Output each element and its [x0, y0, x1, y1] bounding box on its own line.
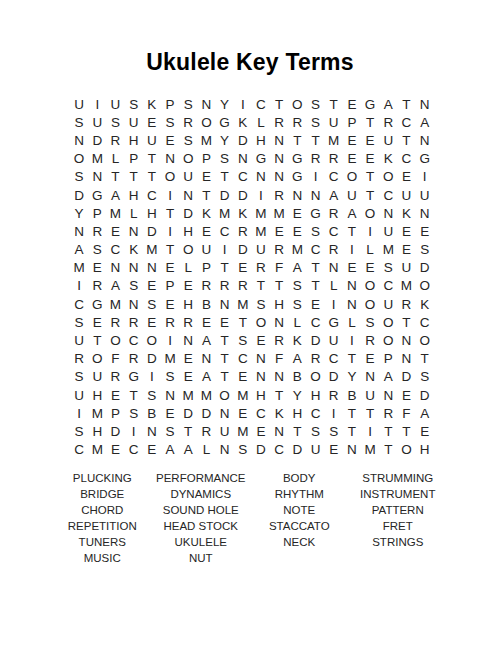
grid-cell: K: [270, 404, 288, 422]
grid-cell: M: [397, 277, 415, 295]
grid-cell: R: [270, 241, 288, 259]
grid-cell: N: [343, 441, 361, 459]
grid-cell: I: [70, 404, 88, 422]
grid-cell: N: [379, 386, 397, 404]
grid-cell: N: [325, 259, 343, 277]
word-list-item: BODY: [250, 470, 349, 486]
grid-cell: S: [70, 113, 88, 131]
grid-cell: Y: [288, 386, 306, 404]
grid-cell: E: [88, 259, 106, 277]
grid-cell: R: [106, 131, 124, 149]
grid-cell: S: [143, 386, 161, 404]
grid-cell: E: [216, 313, 234, 331]
grid-cell: P: [125, 150, 143, 168]
grid-cell: S: [70, 168, 88, 186]
grid-cell: T: [270, 277, 288, 295]
grid-cell: U: [343, 186, 361, 204]
grid-cell: R: [325, 386, 343, 404]
grid-cell: C: [325, 168, 343, 186]
grid-cell: G: [88, 186, 106, 204]
grid-cell: P: [343, 113, 361, 131]
grid-cell: N: [416, 95, 434, 113]
grid-cell: E: [397, 241, 415, 259]
grid-cell: M: [70, 259, 88, 277]
grid-cell: N: [270, 168, 288, 186]
grid-cell: F: [270, 259, 288, 277]
grid-cell: A: [161, 441, 179, 459]
grid-cell: O: [197, 113, 215, 131]
grid-cell: R: [216, 277, 234, 295]
grid-cell: T: [125, 168, 143, 186]
grid-cell: O: [179, 150, 197, 168]
grid-cell: T: [306, 277, 324, 295]
grid-cell: S: [161, 422, 179, 440]
grid-cell: L: [343, 313, 361, 331]
grid-cell: E: [143, 113, 161, 131]
grid-cell: N: [161, 386, 179, 404]
grid-cell: L: [252, 113, 270, 131]
grid-cell: E: [397, 222, 415, 240]
grid-cell: O: [379, 313, 397, 331]
grid-cell: C: [252, 95, 270, 113]
grid-cell: E: [306, 295, 324, 313]
grid-cell: B: [288, 368, 306, 386]
grid-cell: M: [143, 241, 161, 259]
grid-cell: U: [143, 131, 161, 149]
grid-cell: I: [70, 277, 88, 295]
grid-cell: G: [306, 204, 324, 222]
grid-cell: S: [179, 95, 197, 113]
grid-cell: O: [361, 295, 379, 313]
grid-cell: O: [416, 331, 434, 349]
grid-cell: N: [397, 331, 415, 349]
word-list: PLUCKINGPERFORMANCEBODYSTRUMMINGBRIDGEDY…: [53, 470, 447, 566]
grid-cell: T: [397, 313, 415, 331]
grid-cell: K: [143, 95, 161, 113]
grid-cell: I: [306, 168, 324, 186]
grid-cell: D: [416, 259, 434, 277]
grid-cell: D: [288, 441, 306, 459]
grid-cell: C: [143, 186, 161, 204]
grid-cell: L: [197, 441, 215, 459]
grid-cell: N: [270, 150, 288, 168]
grid-cell: H: [143, 204, 161, 222]
grid-cell: D: [106, 422, 124, 440]
grid-cell: N: [306, 186, 324, 204]
grid-cell: I: [143, 368, 161, 386]
grid-cell: G: [288, 168, 306, 186]
grid-cell: P: [88, 204, 106, 222]
grid-cell: T: [288, 422, 306, 440]
grid-cell: B: [197, 295, 215, 313]
grid-cell: E: [161, 295, 179, 313]
word-list-item: REPETITION: [53, 518, 152, 534]
grid-cell: A: [197, 331, 215, 349]
word-list-item: NECK: [250, 534, 349, 550]
grid-cell: N: [252, 368, 270, 386]
grid-cell: M: [216, 204, 234, 222]
word-list-item: MUSIC: [53, 550, 152, 566]
grid-cell: N: [270, 422, 288, 440]
grid-cell: M: [234, 386, 252, 404]
grid-cell: N: [252, 350, 270, 368]
grid-cell: H: [270, 295, 288, 313]
grid-cell: T: [88, 331, 106, 349]
grid-cell: S: [306, 222, 324, 240]
grid-cell: S: [70, 368, 88, 386]
grid-cell: O: [70, 150, 88, 168]
grid-cell: R: [70, 350, 88, 368]
grid-cell: O: [88, 350, 106, 368]
grid-cell: L: [288, 313, 306, 331]
grid-cell: I: [343, 241, 361, 259]
grid-cell: R: [106, 313, 124, 331]
grid-cell: N: [125, 259, 143, 277]
grid-cell: U: [216, 422, 234, 440]
grid-cell: D: [397, 368, 415, 386]
grid-cell: T: [343, 404, 361, 422]
grid-cell: N: [361, 368, 379, 386]
grid-cell: U: [325, 331, 343, 349]
grid-cell: K: [288, 331, 306, 349]
grid-cell: M: [361, 441, 379, 459]
grid-cell: M: [88, 441, 106, 459]
grid-cell: E: [397, 168, 415, 186]
grid-cell: S: [125, 95, 143, 113]
grid-cell: G: [125, 368, 143, 386]
grid-cell: H: [252, 131, 270, 149]
grid-cell: T: [379, 441, 397, 459]
grid-cell: R: [270, 186, 288, 204]
grid-cell: D: [416, 386, 434, 404]
grid-cell: T: [397, 131, 415, 149]
word-list-item: SOUND HOLE: [152, 502, 251, 518]
grid-cell: O: [379, 331, 397, 349]
grid-cell: E: [361, 259, 379, 277]
word-list-item: STRINGS: [349, 534, 448, 550]
grid-cell: A: [106, 186, 124, 204]
grid-cell: I: [125, 422, 143, 440]
grid-cell: A: [343, 204, 361, 222]
grid-cell: C: [234, 350, 252, 368]
grid-cell: I: [361, 422, 379, 440]
grid-cell: H: [88, 422, 106, 440]
grid-cell: F: [106, 350, 124, 368]
grid-cell: T: [397, 95, 415, 113]
grid-cell: R: [179, 113, 197, 131]
grid-cell: R: [325, 204, 343, 222]
grid-cell: D: [143, 222, 161, 240]
grid-cell: A: [70, 241, 88, 259]
grid-cell: R: [361, 331, 379, 349]
grid-cell: D: [234, 131, 252, 149]
grid-cell: D: [252, 441, 270, 459]
grid-cell: T: [125, 386, 143, 404]
grid-cell: O: [252, 313, 270, 331]
grid-cell: F: [270, 350, 288, 368]
grid-cell: E: [252, 422, 270, 440]
grid-cell: S: [161, 113, 179, 131]
grid-cell: E: [161, 259, 179, 277]
grid-cell: A: [416, 113, 434, 131]
grid-cell: O: [179, 241, 197, 259]
grid-cell: T: [343, 350, 361, 368]
grid-cell: E: [161, 131, 179, 149]
grid-cell: S: [143, 295, 161, 313]
grid-cell: S: [288, 295, 306, 313]
grid-cell: S: [416, 241, 434, 259]
grid-cell: I: [88, 95, 106, 113]
grid-cell: E: [343, 259, 361, 277]
grid-cell: U: [379, 295, 397, 313]
grid-cell: O: [161, 168, 179, 186]
grid-cell: T: [179, 422, 197, 440]
grid-cell: T: [106, 168, 124, 186]
grid-cell: M: [252, 222, 270, 240]
grid-cell: G: [88, 295, 106, 313]
grid-cell: T: [216, 368, 234, 386]
grid-cell: N: [70, 222, 88, 240]
word-list-item: BRIDGE: [53, 486, 152, 502]
grid-cell: C: [397, 150, 415, 168]
grid-cell: G: [252, 150, 270, 168]
grid-cell: C: [252, 404, 270, 422]
grid-cell: M: [325, 131, 343, 149]
grid-cell: R: [325, 241, 343, 259]
grid-cell: S: [106, 113, 124, 131]
grid-cell: T: [416, 350, 434, 368]
grid-cell: I: [343, 331, 361, 349]
grid-cell: I: [416, 168, 434, 186]
grid-cell: O: [288, 95, 306, 113]
word-list-item: CHORD: [53, 502, 152, 518]
grid-cell: M: [252, 204, 270, 222]
grid-cell: E: [343, 150, 361, 168]
grid-cell: R: [234, 222, 252, 240]
grid-cell: E: [343, 131, 361, 149]
grid-cell: M: [197, 131, 215, 149]
grid-cell: S: [234, 331, 252, 349]
grid-cell: S: [70, 422, 88, 440]
grid-cell: O: [361, 277, 379, 295]
grid-cell: S: [179, 131, 197, 149]
grid-cell: T: [216, 168, 234, 186]
grid-cell: C: [325, 222, 343, 240]
grid-cell: U: [70, 331, 88, 349]
grid-cell: U: [379, 222, 397, 240]
grid-cell: A: [325, 186, 343, 204]
grid-cell: T: [270, 386, 288, 404]
grid-cell: M: [288, 241, 306, 259]
grid-cell: E: [252, 331, 270, 349]
grid-cell: N: [179, 186, 197, 204]
grid-cell: U: [70, 95, 88, 113]
grid-cell: O: [361, 204, 379, 222]
grid-cell: U: [125, 113, 143, 131]
grid-cell: E: [161, 404, 179, 422]
grid-cell: R: [379, 404, 397, 422]
grid-cell: T: [270, 95, 288, 113]
grid-cell: C: [125, 441, 143, 459]
grid-cell: P: [161, 277, 179, 295]
grid-cell: U: [252, 241, 270, 259]
grid-cell: O: [397, 441, 415, 459]
grid-cell: D: [179, 404, 197, 422]
grid-cell: I: [234, 95, 252, 113]
grid-cell: U: [306, 441, 324, 459]
grid-cell: E: [106, 386, 124, 404]
word-search-page: Ukulele Key Terms UIUSKPSNYICTOSTEGATNSU…: [0, 0, 500, 647]
grid-cell: N: [252, 168, 270, 186]
grid-cell: D: [234, 186, 252, 204]
grid-cell: S: [416, 368, 434, 386]
grid-cell: D: [88, 131, 106, 149]
grid-cell: D: [70, 186, 88, 204]
grid-cell: E: [106, 222, 124, 240]
grid-cell: A: [379, 95, 397, 113]
grid-cell: U: [70, 386, 88, 404]
grid-cell: C: [70, 295, 88, 313]
grid-cell: P: [161, 95, 179, 113]
grid-cell: E: [197, 313, 215, 331]
grid-cell: A: [106, 277, 124, 295]
grid-cell: S: [306, 113, 324, 131]
grid-cell: R: [125, 350, 143, 368]
grid-cell: U: [361, 386, 379, 404]
grid-cell: E: [361, 350, 379, 368]
grid-cell: K: [197, 204, 215, 222]
grid-cell: T: [306, 131, 324, 149]
grid-cell: H: [179, 222, 197, 240]
grid-cell: N: [197, 95, 215, 113]
grid-cell: I: [216, 241, 234, 259]
grid-cell: K: [416, 295, 434, 313]
grid-cell: F: [397, 404, 415, 422]
grid-cell: S: [361, 313, 379, 331]
grid-cell: D: [325, 368, 343, 386]
grid-cell: I: [161, 222, 179, 240]
grid-cell: B: [343, 386, 361, 404]
grid-cell: C: [216, 222, 234, 240]
grid-cell: E: [106, 441, 124, 459]
grid-cell: N: [343, 295, 361, 313]
grid-cell: S: [234, 441, 252, 459]
grid-cell: I: [325, 295, 343, 313]
grid-cell: S: [125, 277, 143, 295]
grid-cell: N: [216, 441, 234, 459]
grid-cell: T: [161, 204, 179, 222]
grid-cell: C: [125, 331, 143, 349]
grid-cell: R: [161, 313, 179, 331]
grid-cell: N: [106, 259, 124, 277]
grid-cell: T: [397, 422, 415, 440]
word-list-item: PLUCKING: [53, 470, 152, 486]
grid-cell: S: [70, 313, 88, 331]
grid-cell: E: [325, 441, 343, 459]
grid-cell: I: [252, 186, 270, 204]
grid-cell: O: [143, 331, 161, 349]
grid-cell: C: [306, 241, 324, 259]
grid-cell: M: [234, 295, 252, 313]
grid-cell: N: [234, 150, 252, 168]
grid-cell: S: [252, 295, 270, 313]
grid-cell: N: [125, 222, 143, 240]
grid-cell: T: [361, 113, 379, 131]
grid-cell: R: [379, 113, 397, 131]
grid-cell: N: [270, 313, 288, 331]
grid-cell: R: [397, 295, 415, 313]
grid-cell: E: [234, 368, 252, 386]
word-list-item: NOTE: [250, 502, 349, 518]
grid-cell: E: [88, 313, 106, 331]
grid-cell: O: [416, 277, 434, 295]
word-list-item: RHYTHM: [250, 486, 349, 502]
grid-cell: A: [288, 350, 306, 368]
word-list-item: DYNAMICS: [152, 486, 251, 502]
grid-cell: R: [270, 331, 288, 349]
grid-cell: Y: [216, 131, 234, 149]
grid-cell: A: [288, 259, 306, 277]
grid-cell: R: [306, 150, 324, 168]
grid-cell: E: [343, 95, 361, 113]
grid-cell: S: [125, 404, 143, 422]
grid-cell: E: [288, 204, 306, 222]
grid-cell: P: [379, 350, 397, 368]
grid-cell: U: [179, 168, 197, 186]
grid-cell: U: [88, 368, 106, 386]
grid-cell: G: [416, 150, 434, 168]
grid-cell: O: [106, 331, 124, 349]
grid-cell: G: [216, 113, 234, 131]
grid-cell: T: [216, 259, 234, 277]
grid-cell: A: [197, 368, 215, 386]
grid-cell: N: [416, 204, 434, 222]
grid-cell: K: [234, 113, 252, 131]
grid-cell: E: [234, 259, 252, 277]
grid-cell: R: [197, 277, 215, 295]
grid-cell: T: [361, 168, 379, 186]
grid-cell: R: [197, 422, 215, 440]
grid-cell: S: [161, 368, 179, 386]
grid-cell: N: [416, 131, 434, 149]
grid-cell: N: [179, 331, 197, 349]
grid-cell: K: [379, 150, 397, 168]
grid-cell: T: [361, 186, 379, 204]
grid-cell: I: [161, 331, 179, 349]
word-list-empty: [349, 550, 448, 566]
grid-cell: H: [252, 386, 270, 404]
grid-cell: H: [88, 386, 106, 404]
grid-cell: O: [216, 386, 234, 404]
grid-cell: N: [216, 295, 234, 313]
grid-cell: L: [106, 150, 124, 168]
grid-cell: P: [197, 150, 215, 168]
word-list-item: STACCATO: [250, 518, 349, 534]
grid-cell: E: [234, 404, 252, 422]
grid-cell: Y: [70, 204, 88, 222]
grid-cell: U: [106, 95, 124, 113]
grid-cell: H: [179, 295, 197, 313]
grid-cell: P: [197, 259, 215, 277]
grid-cell: S: [325, 422, 343, 440]
word-list-item: INSTRUMENT: [349, 486, 448, 502]
word-list-item: TUNERS: [53, 534, 152, 550]
grid-cell: T: [161, 241, 179, 259]
grid-cell: C: [70, 441, 88, 459]
grid-cell: E: [179, 368, 197, 386]
grid-cell: R: [179, 313, 197, 331]
grid-cell: T: [252, 277, 270, 295]
